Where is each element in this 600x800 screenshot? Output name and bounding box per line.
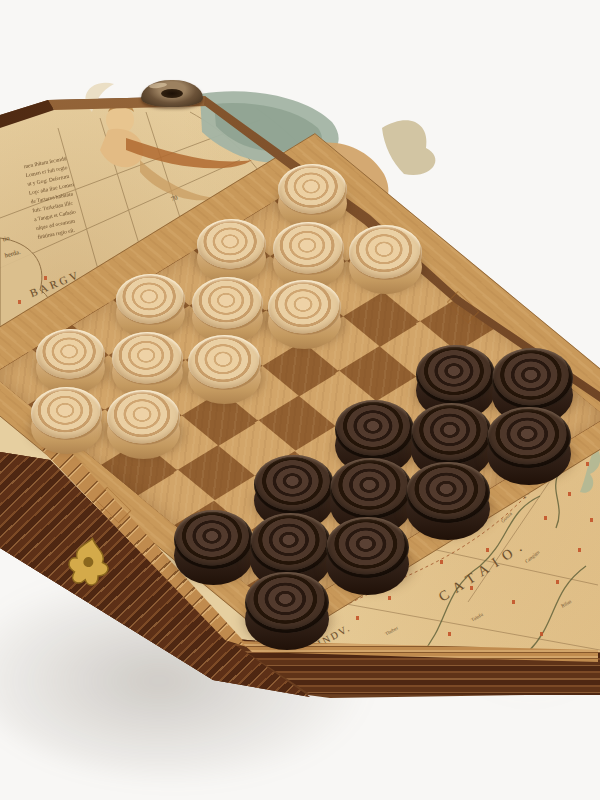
checker-piece-dark bbox=[416, 345, 496, 420]
checker-piece-light bbox=[116, 274, 185, 339]
checker-piece-dark bbox=[326, 517, 410, 596]
checker-piece-dark bbox=[487, 407, 571, 486]
checker-piece-dark bbox=[406, 462, 490, 541]
checker-piece-dark bbox=[411, 403, 493, 480]
checker-piece-dark bbox=[250, 513, 332, 590]
checker-piece-dark bbox=[335, 400, 415, 475]
checker-piece-light bbox=[107, 390, 180, 459]
checker-piece-light bbox=[349, 225, 422, 294]
checker-piece-light bbox=[278, 164, 347, 229]
checker-piece-dark bbox=[174, 510, 254, 585]
checker-piece-light bbox=[31, 387, 102, 454]
checker-piece-light bbox=[36, 329, 105, 394]
checker-piece-light bbox=[268, 280, 341, 349]
checker-piece-dark bbox=[492, 348, 574, 425]
checker-piece-light bbox=[197, 219, 266, 284]
checker-piece-dark bbox=[330, 458, 412, 535]
checker-piece-light bbox=[192, 277, 263, 344]
checker-piece-dark bbox=[245, 572, 329, 651]
checker-piece-light bbox=[273, 222, 344, 289]
product-photo-checkers-set: OCEANVS SCYTHICVS BARGV tio herda. Angli… bbox=[0, 0, 600, 800]
checker-piece-dark bbox=[254, 455, 334, 530]
checkers-pieces-layer bbox=[0, 0, 600, 800]
checker-piece-light bbox=[112, 332, 183, 399]
checker-piece-light bbox=[188, 335, 261, 404]
